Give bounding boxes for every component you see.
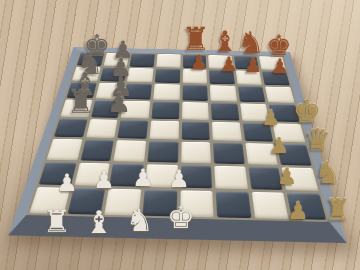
piece-white-king: ♚︎	[167, 202, 195, 233]
piece-grey-rook: ♜︎	[67, 86, 96, 118]
piece-grey-pawn: ♟︎	[107, 89, 131, 116]
piece-white-pawn: ♟︎	[93, 168, 115, 192]
piece-brown-pawn: ♟︎	[244, 55, 262, 75]
piece-brown-pawn: ♟︎	[220, 54, 238, 74]
piece-grey-pawn: ♟︎	[109, 74, 132, 100]
piece-brown-pawn: ♟︎	[190, 52, 208, 72]
piece-gold-pawn: ♟︎	[262, 108, 281, 129]
piece-white-rook: ♜︎	[43, 206, 71, 237]
piece-gold-rook: ♜︎	[325, 195, 352, 225]
piece-gold-king: ♚︎	[293, 95, 322, 127]
piece-gold-pawn: ♟︎	[277, 165, 298, 188]
piece-brown-bishop: ♝︎	[212, 28, 237, 56]
piece-grey-knight: ♞︎	[77, 49, 104, 79]
piece-grey-pawn: ♟︎	[110, 55, 132, 80]
pieces-layer: ♚︎♞︎♝︎♜︎♟︎♟︎♟︎♟︎♜︎♝︎♞︎♚︎♟︎♟︎♟︎♟︎♟︎♟︎♟︎♟︎…	[0, 0, 360, 270]
piece-gold-knight: ♞︎	[315, 158, 342, 188]
piece-grey-bishop: ♝︎	[71, 69, 99, 100]
piece-white-knight: ♞︎	[126, 205, 154, 236]
photo-stage: ♚︎♞︎♝︎♜︎♟︎♟︎♟︎♟︎♜︎♝︎♞︎♚︎♟︎♟︎♟︎♟︎♟︎♟︎♟︎♟︎…	[0, 0, 360, 270]
piece-white-pawn: ♟︎	[132, 166, 154, 190]
piece-grey-king: ♚︎	[84, 31, 111, 61]
piece-white-pawn: ♟︎	[56, 171, 78, 195]
piece-white-pawn: ♟︎	[168, 167, 190, 191]
piece-white-bishop: ♝︎	[85, 207, 113, 238]
piece-brown-pawn: ♟︎	[271, 56, 289, 76]
piece-gold-pawn: ♟︎	[269, 135, 289, 157]
piece-gold-queen: ♛︎	[305, 125, 332, 155]
piece-brown-king: ♚︎	[266, 32, 291, 60]
piece-brown-knight: ♞︎	[238, 28, 265, 58]
piece-grey-pawn: ♟︎	[112, 38, 134, 62]
piece-brown-rook: ♜︎	[182, 23, 211, 55]
piece-gold-pawn: ♟︎	[287, 199, 309, 223]
